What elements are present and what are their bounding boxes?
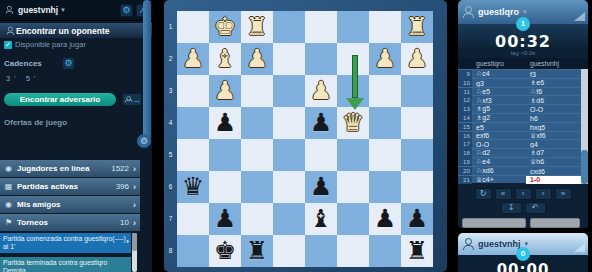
black-move[interactable]: cxd6: [526, 168, 581, 175]
white-move[interactable]: exf6: [472, 132, 526, 139]
bottom-score-badge: 0: [516, 247, 530, 261]
board-square-b3[interactable]: [369, 75, 401, 107]
move-row: 9♘c4f3: [458, 69, 588, 78]
white-move[interactable]: ♗g5: [472, 105, 526, 113]
black-piece-P[interactable]: ♟: [209, 203, 241, 235]
rank-label: 7: [164, 203, 177, 235]
connection-signal-icon: [574, 12, 585, 21]
chevron-down-icon: ▾: [61, 6, 65, 14]
board-square-g5[interactable]: [209, 139, 241, 171]
board-square-c1[interactable]: [337, 11, 369, 43]
sidebar-menu-item[interactable]: ◉Jugadores en línea1522›: [0, 160, 140, 177]
notification-text: Derrota: [3, 267, 128, 272]
person-icon: [124, 96, 130, 102]
board-square-c8[interactable]: [337, 235, 369, 267]
board-square-a8[interactable]: ♜: [401, 235, 433, 267]
board-square-h1[interactable]: [177, 11, 209, 43]
board-frame: 12345678 ♚♜♜♟♝♟♟♟♟♟♟♟♛♛♟♟♝♟♟♚♜♜: [164, 0, 447, 272]
cadences-row: Cadences ⚙: [0, 49, 152, 70]
board-square-e1[interactable]: [273, 11, 305, 43]
move-number: 10: [458, 79, 472, 88]
user-avatar-icon: [5, 6, 13, 14]
scrollbar-gear-icon[interactable]: ⚙: [137, 134, 151, 148]
board-square-e4[interactable]: [273, 107, 305, 139]
bottom-player-avatar-icon: [462, 238, 474, 250]
board-square-f3[interactable]: [241, 75, 273, 107]
white-move[interactable]: ♘xd6: [472, 167, 526, 175]
restart-button[interactable]: ↻: [475, 188, 492, 200]
cadence-settings-button[interactable]: ⚙: [62, 57, 75, 70]
white-piece-P[interactable]: ♟: [177, 43, 209, 75]
white-move[interactable]: g3: [472, 80, 526, 87]
board-square-a7[interactable]: ♟: [401, 203, 433, 235]
download-button[interactable]: ↧: [501, 202, 522, 214]
board-square-h7[interactable]: [177, 203, 209, 235]
black-move[interactable]: O-O: [526, 106, 581, 113]
sidebar-username[interactable]: guestvnhj: [18, 5, 58, 15]
board-square-a6[interactable]: [401, 171, 433, 203]
sidebar-menu-item[interactable]: ▦Partidas activas396›: [0, 178, 140, 195]
top-score-badge: 1: [516, 17, 530, 31]
game-result[interactable]: 1-0: [526, 176, 581, 185]
board-square-h2[interactable]: ♟: [177, 43, 209, 75]
board-square-g4[interactable]: ♟: [209, 107, 241, 139]
board-square-g1[interactable]: ♚: [209, 11, 241, 43]
board-square-a3[interactable]: [401, 75, 433, 107]
board-square-f8[interactable]: ♜: [241, 235, 273, 267]
arrow-right-icon: →: [132, 95, 141, 105]
black-move[interactable]: h6: [526, 115, 581, 122]
board-square-d5[interactable]: [305, 139, 337, 171]
board-square-g8[interactable]: ♚: [209, 235, 241, 267]
board-square-b7[interactable]: ♟: [369, 203, 401, 235]
player-panel: guestvnhj ▾ 0 00:00: [458, 233, 588, 272]
sidebar-menu: ◉Jugadores en línea1522›▦Partidas activa…: [0, 160, 140, 232]
settings-gear-button[interactable]: ⚙: [120, 4, 133, 17]
board-square-f6[interactable]: [241, 171, 273, 203]
next-move-button[interactable]: ›: [535, 188, 552, 200]
opponent-icon: [6, 26, 14, 34]
board-square-g3[interactable]: ♟: [209, 75, 241, 107]
black-piece-Q[interactable]: ♛: [177, 171, 209, 203]
disabled-action-button-1: [462, 218, 526, 228]
board-square-d4[interactable]: ♟: [305, 107, 337, 139]
menu-item-icon: ▦: [4, 182, 13, 191]
bottom-clock-zone: 0 00:00: [458, 255, 588, 272]
board-square-e3[interactable]: [273, 75, 305, 107]
board-square-h5[interactable]: [177, 139, 209, 171]
white-move[interactable]: ♘e4: [472, 158, 526, 166]
menu-item-label: Torneos: [17, 218, 116, 227]
black-move[interactable]: ♕xf6: [526, 132, 581, 140]
white-move[interactable]: ♗g2: [472, 114, 526, 122]
notification-game-started[interactable]: Partida comenzada contra guestlqro(----)…: [0, 233, 131, 253]
black-move[interactable]: ♗d7: [526, 149, 581, 157]
move-number: 14: [458, 114, 472, 123]
sidebar-menu-item[interactable]: ⚑Torneos10›: [0, 214, 140, 231]
chess-board[interactable]: ♚♜♜♟♝♟♟♟♟♟♟♟♛♛♟♟♝♟♟♚♜♜: [177, 11, 433, 267]
notification-text: Partida terminada contra guestlqro: [3, 259, 128, 267]
top-player-name[interactable]: guestlqro: [478, 7, 519, 17]
black-piece-R[interactable]: ♜: [401, 235, 433, 267]
move-number: 13: [458, 105, 472, 114]
board-square-h4[interactable]: [177, 107, 209, 139]
lag-indicator: lag <0.0s: [458, 50, 588, 58]
white-move[interactable]: O-O: [472, 141, 526, 148]
rank-label: 2: [164, 43, 177, 75]
white-piece-P[interactable]: ♟: [369, 43, 401, 75]
chevron-right-icon: ›: [133, 218, 136, 228]
board-square-e8[interactable]: [273, 235, 305, 267]
menu-item-count: 1522: [111, 164, 129, 173]
takeback-button[interactable]: ↶: [525, 202, 546, 214]
white-move[interactable]: e5: [472, 124, 526, 131]
white-piece-P[interactable]: ♟: [209, 75, 241, 107]
board-square-b1[interactable]: [369, 11, 401, 43]
black-move[interactable]: hxg5: [526, 124, 581, 131]
board-square-c4[interactable]: ♛: [337, 107, 369, 139]
move-number: 16: [458, 132, 472, 141]
white-piece-P[interactable]: ♟: [241, 43, 273, 75]
move-table-header: guestlqro guestvnhj: [458, 58, 588, 69]
chevron-down-icon: ▾: [523, 8, 527, 16]
black-move[interactable]: ♗e6: [526, 79, 581, 87]
move-row: 15e5hxg5: [458, 122, 588, 131]
black-piece-B[interactable]: ♝: [305, 203, 337, 235]
move-arrow: [352, 55, 358, 98]
menu-item-label: Jugadores en línea: [17, 164, 107, 173]
board-square-a5[interactable]: [401, 139, 433, 171]
cadence-values[interactable]: 3' 5': [0, 70, 152, 83]
rank-label: 5: [164, 139, 177, 171]
connection-signal-icon: [574, 243, 585, 252]
board-square-g2[interactable]: ♝: [209, 43, 241, 75]
menu-item-icon: ⚑: [4, 218, 13, 227]
move-number: 11: [458, 88, 472, 97]
sidebar-scrollbar[interactable]: ⚙: [143, 0, 151, 272]
move-row: 11♘e5♘f6: [458, 87, 588, 96]
black-piece-K[interactable]: ♚: [209, 235, 241, 267]
chevron-right-icon: ›: [133, 182, 136, 192]
move-number: 20: [458, 167, 472, 176]
white-move[interactable]: ♘e5: [472, 88, 526, 96]
board-square-d1[interactable]: [305, 11, 337, 43]
last-move-button[interactable]: »: [555, 188, 572, 200]
board-square-e7[interactable]: [273, 203, 305, 235]
white-move[interactable]: ♘d2: [472, 149, 526, 157]
board-square-a4[interactable]: [401, 107, 433, 139]
sidebar-scrollbar-thumb[interactable]: [143, 0, 151, 140]
black-piece-P[interactable]: ♟: [209, 107, 241, 139]
menu-item-count: 396: [116, 182, 129, 191]
rank-label: 3: [164, 75, 177, 107]
board-square-f7[interactable]: [241, 203, 273, 235]
menu-item-label: Partidas activas: [17, 182, 112, 191]
notification-text: al 1': [3, 243, 128, 251]
sidebar: guestvnhj ▾ ⚙ ↗ Encontrar un oponente ▾ …: [0, 0, 152, 272]
move-number: 15: [458, 123, 472, 132]
board-square-e5[interactable]: [273, 139, 305, 171]
move-row: 21♕c4+1-0: [458, 175, 588, 184]
black-move[interactable]: ♗d6: [526, 97, 581, 105]
white-move[interactable]: ♕c4+: [472, 176, 526, 184]
move-row: 17O-Og4: [458, 139, 588, 148]
white-piece-Q[interactable]: ♛: [337, 107, 369, 139]
notification-text: Partida comenzada contra guestlqro(----): [3, 235, 128, 243]
board-square-g7[interactable]: ♟: [209, 203, 241, 235]
black-move[interactable]: g4: [526, 141, 581, 148]
move-number: 12: [458, 96, 472, 105]
notifications-scrollbar[interactable]: [132, 233, 137, 272]
rank-label: 4: [164, 107, 177, 139]
white-player-column: guestlqro: [472, 60, 526, 67]
black-piece-P[interactable]: ♟: [305, 171, 337, 203]
board-square-b4[interactable]: [369, 107, 401, 139]
move-number: 18: [458, 149, 472, 158]
board-square-d6[interactable]: ♟: [305, 171, 337, 203]
disabled-action-button-2: [530, 218, 580, 228]
chevron-right-icon: ›: [133, 200, 136, 210]
move-row: 13♗g5O-O: [458, 104, 588, 113]
top-player-avatar-icon: [462, 6, 474, 18]
available-label: Disponible para jugar: [15, 40, 86, 49]
board-square-g6[interactable]: [209, 171, 241, 203]
white-piece-P[interactable]: ♟: [305, 75, 337, 107]
board-square-b8[interactable]: [369, 235, 401, 267]
board-square-h6[interactable]: ♛: [177, 171, 209, 203]
black-piece-P[interactable]: ♟: [369, 203, 401, 235]
move-row: 14♗g2h6: [458, 113, 588, 122]
board-square-b2[interactable]: ♟: [369, 43, 401, 75]
board-square-h3[interactable]: [177, 75, 209, 107]
white-move[interactable]: ♘xf3: [472, 97, 526, 105]
move-number: 19: [458, 158, 472, 167]
menu-item-icon: ◉: [4, 200, 13, 209]
move-table-scrollbar[interactable]: [581, 69, 588, 184]
board-square-a2[interactable]: ♟: [401, 43, 433, 75]
black-move[interactable]: f3: [526, 71, 581, 78]
find-opponent-header[interactable]: Encontrar un oponente ▾: [0, 23, 152, 38]
menu-item-label: Mis amigos: [17, 200, 125, 209]
move-arrow-head: [346, 98, 364, 110]
white-piece-R[interactable]: ♜: [241, 11, 273, 43]
white-piece-R[interactable]: ♜: [401, 11, 433, 43]
board-square-h8[interactable]: [177, 235, 209, 267]
board-square-d2[interactable]: [305, 43, 337, 75]
opponent-panel: guestlqro ▾ 1 00:32 lag <0.0s guestlqro …: [458, 0, 588, 228]
sidebar-menu-item[interactable]: ◉Mis amigos›: [0, 196, 140, 213]
bottom-player-name[interactable]: guestvnhj: [478, 239, 521, 249]
board-square-d3[interactable]: ♟: [305, 75, 337, 107]
board-square-e6[interactable]: [273, 171, 305, 203]
top-clock-zone: 1 00:32: [458, 24, 588, 50]
first-move-button[interactable]: «: [495, 188, 512, 200]
board-square-d8[interactable]: [305, 235, 337, 267]
previous-move-button[interactable]: ‹: [515, 188, 532, 200]
move-number: 17: [458, 140, 472, 149]
black-player-column: guestvnhj: [526, 60, 581, 67]
available-row: ✓ Disponible para jugar: [0, 38, 152, 49]
move-row: 18♘d2♗d7: [458, 148, 588, 157]
rank-label: 1: [164, 11, 177, 43]
black-piece-P[interactable]: ♟: [401, 203, 433, 235]
board-square-d7[interactable]: ♝: [305, 203, 337, 235]
black-move[interactable]: ♕h6: [526, 158, 581, 166]
board-square-f1[interactable]: ♜: [241, 11, 273, 43]
move-number: 21: [458, 176, 472, 185]
black-piece-R[interactable]: ♜: [241, 235, 273, 267]
board-square-c7[interactable]: [337, 203, 369, 235]
black-move[interactable]: ♘f6: [526, 88, 581, 96]
move-number: 9: [458, 70, 472, 79]
notification-game-ended[interactable]: Partida terminada contra guestlqro Derro…: [0, 257, 131, 272]
move-row: 16exf6♕xf6: [458, 131, 588, 140]
move-table-scrollbar-thumb[interactable]: [581, 150, 588, 184]
find-opponent-title: Encontrar un oponente: [16, 26, 144, 36]
move-table-body: 9♘c4f310g3♗e611♘e5♘f612♘xf3♗d613♗g5O-O14…: [458, 69, 588, 183]
menu-item-count: 10: [120, 218, 129, 227]
move-row: 19♘e4♕h6: [458, 157, 588, 166]
move-row: 10g3♗e6: [458, 78, 588, 87]
rank-labels: 12345678: [164, 11, 177, 267]
board-square-f2[interactable]: ♟: [241, 43, 273, 75]
menu-item-icon: ◉: [4, 164, 13, 173]
board-square-c6[interactable]: [337, 171, 369, 203]
cadences-label: Cadences: [4, 59, 62, 68]
board-square-c5[interactable]: [337, 139, 369, 171]
chevron-right-icon: ›: [133, 164, 136, 174]
black-piece-P[interactable]: ♟: [305, 107, 337, 139]
game-offers-label: Ofertas de juego: [0, 106, 152, 127]
available-checkbox[interactable]: ✓: [4, 41, 12, 49]
move-row: 20♘xd6cxd6: [458, 166, 588, 175]
white-piece-P[interactable]: ♟: [401, 43, 433, 75]
board-square-e2[interactable]: [273, 43, 305, 75]
invite-player-button[interactable]: →: [122, 93, 142, 106]
rank-label: 6: [164, 171, 177, 203]
move-row: 12♘xf3♗d6: [458, 95, 588, 104]
white-piece-B[interactable]: ♝: [209, 43, 241, 75]
board-square-b5[interactable]: [369, 139, 401, 171]
user-topbar[interactable]: guestvnhj ▾ ⚙ ↗: [0, 0, 152, 21]
board-square-f4[interactable]: [241, 107, 273, 139]
find-adversary-button[interactable]: Encontrar adversario: [4, 93, 116, 106]
white-piece-K[interactable]: ♚: [209, 11, 241, 43]
board-square-f5[interactable]: [241, 139, 273, 171]
move-table: guestlqro guestvnhj 9♘c4f310g3♗e611♘e5♘f…: [458, 58, 588, 183]
board-square-b6[interactable]: [369, 171, 401, 203]
rank-label: 8: [164, 235, 177, 267]
board-square-a1[interactable]: ♜: [401, 11, 433, 43]
move-navigation: ↻ « ‹ › » ↧ ↶: [458, 183, 588, 228]
chevron-right-icon: ›: [126, 237, 129, 246]
white-move[interactable]: ♘c4: [472, 70, 526, 78]
